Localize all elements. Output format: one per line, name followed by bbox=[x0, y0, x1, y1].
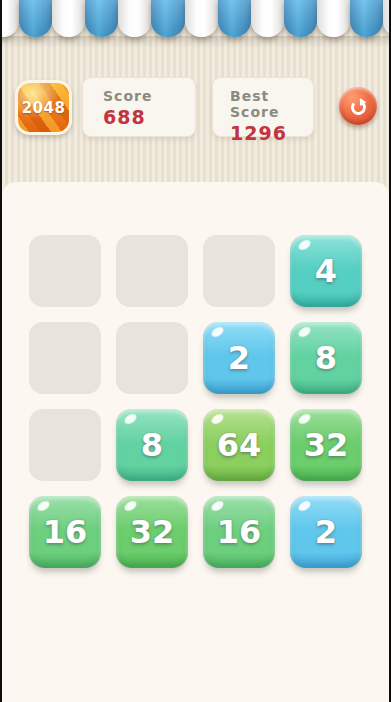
board-panel: 428864321632162 bbox=[2, 182, 389, 702]
best-score-label: Best Score bbox=[230, 88, 313, 120]
awning-stripe-blue bbox=[284, 0, 317, 37]
restart-button[interactable] bbox=[339, 87, 377, 125]
best-score-box: Best Score 1296 bbox=[212, 77, 314, 137]
score-value: 688 bbox=[103, 106, 195, 128]
awning-stripe-white bbox=[52, 0, 85, 37]
awning-stripe-white bbox=[185, 0, 218, 37]
empty-cell bbox=[29, 235, 101, 307]
tile-64: 64 bbox=[203, 409, 275, 481]
tile-number: 4 bbox=[315, 255, 337, 287]
empty-cell bbox=[203, 235, 275, 307]
awning-stripe-white bbox=[317, 0, 350, 37]
awning-stripe-blue bbox=[85, 0, 118, 37]
tile-number: 2 bbox=[228, 342, 250, 374]
awning-stripe-white bbox=[0, 0, 19, 37]
empty-cell bbox=[29, 409, 101, 481]
awning-stripe-blue bbox=[350, 0, 383, 37]
tile-number: 8 bbox=[315, 342, 337, 374]
awning-decoration bbox=[0, 0, 391, 37]
game-logo-label: 2048 bbox=[22, 99, 66, 117]
game-logo-tile: 2048 bbox=[15, 80, 72, 135]
score-box: Score 688 bbox=[82, 77, 196, 137]
awning-stripe-blue bbox=[19, 0, 52, 37]
tile-8: 8 bbox=[116, 409, 188, 481]
tile-number: 8 bbox=[141, 429, 163, 461]
tile-number: 16 bbox=[217, 516, 262, 548]
best-score-value: 1296 bbox=[230, 122, 313, 144]
awning-stripe-white bbox=[118, 0, 151, 37]
tile-2: 2 bbox=[290, 496, 362, 568]
tile-number: 16 bbox=[43, 516, 88, 548]
app-screen: 2048 Score 688 Best Score 1296 428864321… bbox=[0, 0, 391, 702]
tile-16: 16 bbox=[29, 496, 101, 568]
tile-4: 4 bbox=[290, 235, 362, 307]
empty-cell bbox=[116, 235, 188, 307]
tile-number: 32 bbox=[304, 429, 349, 461]
tile-32: 32 bbox=[290, 409, 362, 481]
tile-number: 64 bbox=[217, 429, 262, 461]
tile-32: 32 bbox=[116, 496, 188, 568]
refresh-icon bbox=[347, 95, 370, 118]
empty-cell bbox=[29, 322, 101, 394]
awning-stripe-blue bbox=[151, 0, 184, 37]
awning-shadow bbox=[2, 36, 389, 48]
tile-8: 8 bbox=[290, 322, 362, 394]
awning-stripe-white bbox=[251, 0, 284, 37]
awning-stripe-white bbox=[383, 0, 391, 37]
tile-number: 32 bbox=[130, 516, 175, 548]
board-grid[interactable]: 428864321632162 bbox=[29, 235, 362, 568]
empty-cell bbox=[116, 322, 188, 394]
tile-16: 16 bbox=[203, 496, 275, 568]
score-label: Score bbox=[103, 88, 195, 104]
tile-number: 2 bbox=[315, 516, 337, 548]
awning-stripe-blue bbox=[218, 0, 251, 37]
tile-2: 2 bbox=[203, 322, 275, 394]
